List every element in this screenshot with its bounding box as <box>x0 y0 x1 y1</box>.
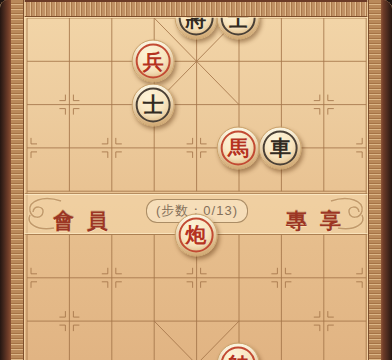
piece-glyph: 炮 <box>175 214 216 255</box>
piece-glyph: 帥 <box>218 344 259 360</box>
frame-edge-right <box>381 0 392 360</box>
piece-車-black[interactable]: 車 <box>259 126 302 169</box>
piece-glyph: 兵 <box>133 41 174 82</box>
piece-glyph: 士 <box>133 84 174 125</box>
piece-glyph: 馬 <box>218 127 259 168</box>
pieces-layer: 將士兵士馬車炮帥 <box>0 0 392 360</box>
piece-士-black[interactable]: 士 <box>132 83 175 126</box>
frame-band-right <box>368 0 381 360</box>
piece-炮-red[interactable]: 炮 <box>174 213 217 256</box>
xiangqi-board: 會員 (步数：0/13) 專享 將士兵士馬車炮帥 <box>0 0 392 360</box>
frame-band-top <box>0 0 392 17</box>
frame-band-left <box>11 0 24 360</box>
piece-帥-red[interactable]: 帥 <box>217 343 260 360</box>
frame-edge-left <box>0 0 11 360</box>
piece-兵-red[interactable]: 兵 <box>132 40 175 83</box>
piece-glyph: 車 <box>260 127 301 168</box>
piece-馬-red[interactable]: 馬 <box>217 126 260 169</box>
